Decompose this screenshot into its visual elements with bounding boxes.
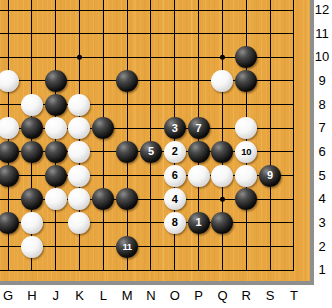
stone-white-J7[interactable]	[45, 117, 67, 139]
move-number: 9	[267, 170, 273, 181]
stone-black-S5[interactable]: 9	[259, 165, 281, 187]
move-number: 1	[196, 217, 202, 228]
row-label-4: 4	[313, 191, 331, 207]
stone-black-J5[interactable]	[45, 165, 67, 187]
move-number: 6	[172, 170, 178, 181]
stone-white-K8[interactable]	[68, 94, 90, 116]
column-label-G: G	[0, 288, 17, 304]
stone-white-O4[interactable]: 4	[164, 188, 186, 210]
stone-black-G5[interactable]	[0, 165, 19, 187]
stone-white-H8[interactable]	[21, 94, 43, 116]
stone-white-O3[interactable]: 8	[164, 212, 186, 234]
move-number: 5	[148, 146, 154, 157]
row-label-1: 1	[313, 262, 331, 278]
go-board[interactable]: 3752106948111	[0, 0, 314, 285]
row-label-3: 3	[313, 215, 331, 231]
stone-black-H4[interactable]	[21, 188, 43, 210]
stone-black-P7[interactable]: 7	[188, 117, 210, 139]
move-number: 8	[172, 217, 178, 228]
stone-white-H3[interactable]	[21, 212, 43, 234]
column-label-K: K	[70, 288, 88, 304]
row-label-7: 7	[313, 120, 331, 136]
move-number: 11	[122, 242, 131, 252]
row-label-12: 12	[313, 2, 331, 18]
stone-black-H7[interactable]	[21, 117, 43, 139]
row-label-11: 11	[313, 26, 331, 42]
row-label-8: 8	[313, 97, 331, 113]
go-diagram-screen: 3752106948111 121110987654321 GHJKLMNOPQ…	[0, 0, 332, 308]
stone-black-M2[interactable]: 11	[116, 236, 138, 258]
move-number: 2	[172, 146, 178, 157]
stone-black-N6[interactable]: 5	[140, 141, 162, 163]
stone-black-P6[interactable]	[188, 141, 210, 163]
column-label-N: N	[142, 288, 160, 304]
column-label-R: R	[237, 288, 255, 304]
column-label-J: J	[47, 288, 65, 304]
move-number: 3	[172, 123, 178, 134]
column-label-P: P	[190, 288, 208, 304]
stone-white-O5[interactable]: 6	[164, 165, 186, 187]
stone-black-P3[interactable]: 1	[188, 212, 210, 234]
stone-white-K5[interactable]	[68, 165, 90, 187]
move-number: 10	[241, 147, 251, 157]
column-label-O: O	[166, 288, 184, 304]
stone-black-J8[interactable]	[45, 94, 67, 116]
row-label-10: 10	[313, 49, 331, 65]
move-number: 4	[172, 194, 178, 205]
column-label-H: H	[23, 288, 41, 304]
column-label-Q: Q	[213, 288, 231, 304]
column-label-T: T	[285, 288, 303, 304]
stone-black-H6[interactable]	[21, 141, 43, 163]
column-label-M: M	[118, 288, 136, 304]
move-number: 7	[196, 123, 202, 134]
stone-white-R5[interactable]	[235, 165, 257, 187]
stone-white-J4[interactable]	[45, 188, 67, 210]
stone-white-Q5[interactable]	[211, 165, 233, 187]
row-label-5: 5	[313, 168, 331, 184]
column-label-L: L	[94, 288, 112, 304]
column-label-S: S	[261, 288, 279, 304]
stone-black-M9[interactable]	[116, 70, 138, 92]
stone-black-J9[interactable]	[45, 70, 67, 92]
stone-black-O7[interactable]: 3	[164, 117, 186, 139]
stone-white-O6[interactable]: 2	[164, 141, 186, 163]
board-grid	[0, 0, 310, 281]
row-label-9: 9	[313, 73, 331, 89]
row-label-2: 2	[313, 239, 331, 255]
stone-black-M6[interactable]	[116, 141, 138, 163]
stone-white-P5[interactable]	[188, 165, 210, 187]
stone-black-J6[interactable]	[45, 141, 67, 163]
row-label-6: 6	[313, 144, 331, 160]
stone-white-H2[interactable]	[21, 236, 43, 258]
